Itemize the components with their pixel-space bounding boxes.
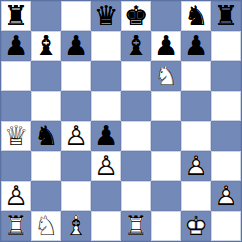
square-g1[interactable]: ♚♔ [181,211,211,241]
square-f1[interactable] [151,211,181,241]
square-b1[interactable]: ♞♘ [31,211,61,241]
piece-black-pawn: ♟ [61,31,91,61]
square-c3[interactable] [61,151,91,181]
square-e2[interactable] [121,181,151,211]
square-d4[interactable]: ♟ [91,121,121,151]
square-e5[interactable] [121,91,151,121]
square-g5[interactable] [181,91,211,121]
square-h1[interactable] [211,211,241,241]
square-b4[interactable]: ♞ [31,121,61,151]
piece-white-bishop: ♝♗ [61,211,91,241]
square-c1[interactable]: ♝♗ [61,211,91,241]
square-e6[interactable] [121,61,151,91]
square-g6[interactable] [181,61,211,91]
piece-white-pawn: ♟♙ [91,151,121,181]
piece-white-rook: ♜♖ [1,211,31,241]
square-b7[interactable]: ♝ [31,31,61,61]
square-b3[interactable] [31,151,61,181]
piece-black-pawn: ♟ [181,31,211,61]
square-f3[interactable] [151,151,181,181]
square-c7[interactable]: ♟ [61,31,91,61]
square-a8[interactable]: ♜ [1,1,31,31]
square-b5[interactable] [31,91,61,121]
square-a1[interactable]: ♜♖ [1,211,31,241]
square-f4[interactable] [151,121,181,151]
piece-white-pawn: ♟♙ [1,181,31,211]
square-a6[interactable] [1,61,31,91]
square-c6[interactable] [61,61,91,91]
square-a2[interactable]: ♟♙ [1,181,31,211]
square-b2[interactable] [31,181,61,211]
square-b8[interactable] [31,1,61,31]
square-f2[interactable] [151,181,181,211]
piece-black-rook: ♜ [211,1,241,31]
square-d6[interactable] [91,61,121,91]
square-a3[interactable] [1,151,31,181]
square-e7[interactable]: ♝ [121,31,151,61]
piece-white-king: ♚♔ [181,211,211,241]
square-f8[interactable] [151,1,181,31]
square-d3[interactable]: ♟♙ [91,151,121,181]
piece-white-knight: ♞♘ [31,211,61,241]
square-h4[interactable] [211,121,241,151]
piece-black-bishop: ♝ [121,31,151,61]
square-g8[interactable]: ♞ [181,1,211,31]
square-e1[interactable]: ♜♖ [121,211,151,241]
square-f7[interactable]: ♟ [151,31,181,61]
square-c8[interactable] [61,1,91,31]
square-a5[interactable] [1,91,31,121]
square-d1[interactable] [91,211,121,241]
square-h3[interactable] [211,151,241,181]
piece-black-knight: ♞ [181,1,211,31]
piece-black-knight: ♞ [31,121,61,151]
square-d2[interactable] [91,181,121,211]
square-c4[interactable]: ♟♙ [61,121,91,151]
piece-black-pawn: ♟ [1,31,31,61]
piece-black-king: ♚ [121,1,151,31]
piece-black-pawn: ♟ [151,31,181,61]
piece-black-rook: ♜ [1,1,31,31]
chess-board: ♜♛♚♞♜♟♝♟♝♟♟♞♘♛♕♞♟♙♟♟♙♟♙♟♙♟♙♜♖♞♘♝♗♜♖♚♔ [0,0,242,242]
square-e8[interactable]: ♚ [121,1,151,31]
square-b6[interactable] [31,61,61,91]
square-d8[interactable]: ♛ [91,1,121,31]
square-g3[interactable]: ♟♙ [181,151,211,181]
square-d7[interactable] [91,31,121,61]
square-a7[interactable]: ♟ [1,31,31,61]
piece-black-queen: ♛ [91,1,121,31]
piece-black-bishop: ♝ [31,31,61,61]
square-h7[interactable] [211,31,241,61]
piece-black-pawn: ♟ [91,121,121,151]
piece-white-pawn: ♟♙ [211,181,241,211]
piece-white-knight: ♞♘ [151,61,181,91]
square-g7[interactable]: ♟ [181,31,211,61]
square-h2[interactable]: ♟♙ [211,181,241,211]
square-g4[interactable] [181,121,211,151]
square-e4[interactable] [121,121,151,151]
square-c2[interactable] [61,181,91,211]
square-h5[interactable] [211,91,241,121]
piece-white-rook: ♜♖ [121,211,151,241]
square-g2[interactable] [181,181,211,211]
square-a4[interactable]: ♛♕ [1,121,31,151]
piece-white-pawn: ♟♙ [61,121,91,151]
square-c5[interactable] [61,91,91,121]
square-h6[interactable] [211,61,241,91]
square-h8[interactable]: ♜ [211,1,241,31]
square-f5[interactable] [151,91,181,121]
piece-white-pawn: ♟♙ [181,151,211,181]
piece-white-queen: ♛♕ [1,121,31,151]
square-d5[interactable] [91,91,121,121]
square-e3[interactable] [121,151,151,181]
square-f6[interactable]: ♞♘ [151,61,181,91]
